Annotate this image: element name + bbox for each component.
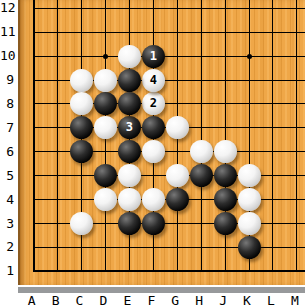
grid-hline-10 [33,56,305,57]
col-label-D: D [96,294,112,307]
col-label-C: C [72,294,88,307]
board-shadow [18,287,305,293]
stone-K5-white[interactable] [238,164,261,187]
stone-C6-black[interactable] [70,140,93,163]
move-number-1: 1 [150,45,157,68]
grid-hline-1 [33,270,305,272]
move-number-3: 3 [126,116,133,139]
move-number-2: 2 [150,92,157,115]
stone-C3-white[interactable] [70,212,93,235]
stone-J3-black[interactable] [214,212,237,235]
stone-D5-black[interactable] [94,164,117,187]
stone-K4-white[interactable] [238,188,261,211]
row-label-11: 11 [0,25,14,39]
stone-D9-white[interactable] [94,69,117,92]
stone-G7-white[interactable] [166,116,189,139]
stone-E4-white[interactable] [118,188,141,211]
col-label-E: E [119,294,135,307]
stone-J4-black[interactable] [214,188,237,211]
stone-F10-black[interactable]: 1 [142,45,165,68]
row-label-12: 12 [0,1,14,15]
grid-hline-2 [33,247,305,248]
stone-C7-black[interactable] [70,116,93,139]
row-label-6: 6 [0,145,14,159]
col-label-H: H [191,294,207,307]
row-label-3: 3 [0,217,14,231]
stone-H5-black[interactable] [190,164,213,187]
star-point-K10 [247,54,252,59]
grid-hline-11 [33,32,305,33]
grid-vline-B [57,0,58,272]
stone-E5-white[interactable] [118,164,141,187]
stone-G4-black[interactable] [166,188,189,211]
grid-vline-M [296,0,297,272]
stone-F3-black[interactable] [142,212,165,235]
row-label-5: 5 [0,169,14,183]
go-board[interactable]: 1234 [18,0,305,285]
stone-C8-white[interactable] [70,92,93,115]
stone-J5-black[interactable] [214,164,237,187]
stone-H6-white[interactable] [190,140,213,163]
stone-F8-white[interactable]: 2 [142,92,165,115]
row-label-10: 10 [0,49,14,63]
stone-F7-black[interactable] [142,116,165,139]
col-label-L: L [263,294,279,307]
stone-E7-black[interactable]: 3 [118,116,141,139]
stone-D7-white[interactable] [94,116,117,139]
stone-F9-white[interactable]: 4 [142,69,165,92]
stone-E9-black[interactable] [118,69,141,92]
stone-C9-white[interactable] [70,69,93,92]
stone-E6-black[interactable] [118,140,141,163]
grid-vline-L [272,0,273,272]
stone-D8-black[interactable] [94,92,117,115]
col-label-K: K [239,294,255,307]
stone-K2-black[interactable] [238,236,261,259]
col-label-F: F [143,294,159,307]
stone-E10-white[interactable] [118,45,141,68]
row-label-2: 2 [0,240,14,254]
go-diagram: 1234 121110987654321ABCDEFGHJKLM [0,0,305,308]
stone-E3-black[interactable] [118,212,141,235]
row-label-9: 9 [0,73,14,87]
stone-F4-white[interactable] [142,188,165,211]
col-label-M: M [287,294,303,307]
row-label-1: 1 [0,264,14,278]
stone-J6-white[interactable] [214,140,237,163]
row-label-7: 7 [0,121,14,135]
col-label-B: B [48,294,64,307]
row-label-8: 8 [0,97,14,111]
stone-K3-white[interactable] [238,212,261,235]
grid-hline-12 [33,8,305,9]
move-number-4: 4 [150,69,157,92]
star-point-D10 [103,54,108,59]
col-label-J: J [215,294,231,307]
grid-vline-A [33,0,35,272]
stone-F6-white[interactable] [142,140,165,163]
col-label-G: G [167,294,183,307]
stone-G5-white[interactable] [166,164,189,187]
grid-vline-H [201,0,202,272]
stone-E8-black[interactable] [118,92,141,115]
row-label-4: 4 [0,193,14,207]
stone-D4-white[interactable] [94,188,117,211]
col-label-A: A [24,294,40,307]
